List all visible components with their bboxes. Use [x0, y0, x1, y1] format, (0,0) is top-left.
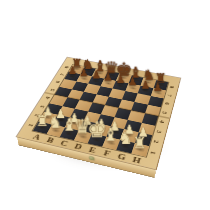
product-photo: ♜♞♝♛♚♝♞♜♟♟♟♟♟♟♟♟♟♟♟♟♟♟♟♟♜♞♝♛♚♝♞♜ ABCDEFG… — [0, 0, 210, 210]
perspective-wrapper: ♜♞♝♛♚♝♞♜♟♟♟♟♟♟♟♟♟♟♟♟♟♟♟♟♜♞♝♛♚♝♞♜ ABCDEFG… — [0, 0, 210, 210]
clasp — [89, 156, 94, 161]
chess-set-box: ♜♞♝♛♚♝♞♜♟♟♟♟♟♟♟♟♟♟♟♟♟♟♟♟♜♞♝♛♚♝♞♜ ABCDEFG… — [17, 57, 180, 169]
